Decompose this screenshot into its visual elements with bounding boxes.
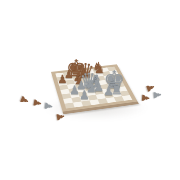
scene: ♜♟♚♟♞♟♟♛♝♟♟♛♝♟♟♞♟♚♟♟♜♟♟♟♟♟♟♟ (0, 0, 180, 180)
captured-piece-wood-0: ♟ (18, 94, 31, 106)
square-h1 (122, 95, 132, 101)
captured-piece-wood-1: ♟ (31, 98, 42, 109)
captured-piece-wood-4: ♟ (144, 82, 156, 94)
captured-piece-silver-6: ♟ (152, 90, 163, 100)
